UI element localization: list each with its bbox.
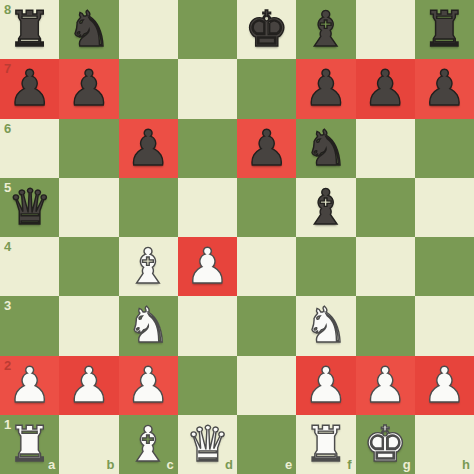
rank-label-1: 1	[4, 418, 11, 431]
square-d3[interactable]	[178, 296, 237, 355]
white-knight-icon[interactable]: ♞	[304, 301, 348, 350]
black-knight-icon[interactable]: ♞	[67, 5, 111, 54]
square-c3[interactable]: ♞	[119, 296, 178, 355]
square-a8[interactable]: 8♜	[0, 0, 59, 59]
square-a4[interactable]: 4	[0, 237, 59, 296]
black-rook-icon[interactable]: ♜	[422, 5, 466, 54]
black-rook-icon[interactable]: ♜	[8, 5, 52, 54]
square-c6[interactable]: ♟	[119, 119, 178, 178]
white-pawn-icon[interactable]: ♟	[304, 361, 348, 410]
square-d7[interactable]	[178, 59, 237, 118]
square-b4[interactable]	[59, 237, 118, 296]
square-h4[interactable]	[415, 237, 474, 296]
black-pawn-icon[interactable]: ♟	[8, 64, 52, 113]
white-pawn-icon[interactable]: ♟	[422, 361, 466, 410]
square-a3[interactable]: 3	[0, 296, 59, 355]
file-label-c: c	[167, 458, 174, 471]
square-e3[interactable]	[237, 296, 296, 355]
black-pawn-icon[interactable]: ♟	[422, 64, 466, 113]
white-pawn-icon[interactable]: ♟	[185, 242, 229, 291]
black-king-icon[interactable]: ♚	[245, 5, 289, 54]
square-h3[interactable]	[415, 296, 474, 355]
square-a6[interactable]: 6	[0, 119, 59, 178]
white-king-icon[interactable]: ♚	[363, 420, 407, 469]
square-h7[interactable]: ♟	[415, 59, 474, 118]
black-pawn-icon[interactable]: ♟	[363, 64, 407, 113]
square-e5[interactable]	[237, 178, 296, 237]
white-pawn-icon[interactable]: ♟	[8, 361, 52, 410]
square-b6[interactable]	[59, 119, 118, 178]
square-g1[interactable]: g♚	[356, 415, 415, 474]
square-d4[interactable]: ♟	[178, 237, 237, 296]
square-d8[interactable]	[178, 0, 237, 59]
square-f3[interactable]: ♞	[296, 296, 355, 355]
square-c5[interactable]	[119, 178, 178, 237]
file-label-h: h	[462, 458, 470, 471]
square-d2[interactable]	[178, 356, 237, 415]
white-rook-icon[interactable]: ♜	[304, 420, 348, 469]
square-h5[interactable]	[415, 178, 474, 237]
white-bishop-icon[interactable]: ♝	[126, 242, 170, 291]
square-f4[interactable]	[296, 237, 355, 296]
square-c8[interactable]	[119, 0, 178, 59]
square-a1[interactable]: 1a♜	[0, 415, 59, 474]
square-d6[interactable]	[178, 119, 237, 178]
square-b3[interactable]	[59, 296, 118, 355]
square-c2[interactable]: ♟	[119, 356, 178, 415]
black-bishop-icon[interactable]: ♝	[304, 5, 348, 54]
square-b5[interactable]	[59, 178, 118, 237]
square-f7[interactable]: ♟	[296, 59, 355, 118]
square-b7[interactable]: ♟	[59, 59, 118, 118]
square-d1[interactable]: d♛	[178, 415, 237, 474]
white-queen-icon[interactable]: ♛	[185, 420, 229, 469]
white-pawn-icon[interactable]: ♟	[126, 361, 170, 410]
square-f8[interactable]: ♝	[296, 0, 355, 59]
square-a7[interactable]: 7♟	[0, 59, 59, 118]
square-e2[interactable]	[237, 356, 296, 415]
file-label-f: f	[347, 458, 351, 471]
square-g8[interactable]	[356, 0, 415, 59]
square-f6[interactable]: ♞	[296, 119, 355, 178]
square-b2[interactable]: ♟	[59, 356, 118, 415]
rank-label-6: 6	[4, 122, 11, 135]
white-pawn-icon[interactable]: ♟	[363, 361, 407, 410]
black-knight-icon[interactable]: ♞	[304, 124, 348, 173]
white-rook-icon[interactable]: ♜	[8, 420, 52, 469]
square-a5[interactable]: 5♛	[0, 178, 59, 237]
square-g4[interactable]	[356, 237, 415, 296]
file-label-b: b	[107, 458, 115, 471]
square-h2[interactable]: ♟	[415, 356, 474, 415]
square-c4[interactable]: ♝	[119, 237, 178, 296]
square-e8[interactable]: ♚	[237, 0, 296, 59]
rank-label-4: 4	[4, 240, 11, 253]
square-f2[interactable]: ♟	[296, 356, 355, 415]
square-a2[interactable]: 2♟	[0, 356, 59, 415]
white-knight-icon[interactable]: ♞	[126, 301, 170, 350]
rank-label-8: 8	[4, 3, 11, 16]
square-g2[interactable]: ♟	[356, 356, 415, 415]
black-bishop-icon[interactable]: ♝	[304, 183, 348, 232]
square-g5[interactable]	[356, 178, 415, 237]
chess-board: 8♜♞♚♝♜7♟♟♟♟♟6♟♟♞5♛♝4♝♟3♞♞2♟♟♟♟♟♟1a♜bc♝d♛…	[0, 0, 474, 474]
rank-label-5: 5	[4, 181, 11, 194]
black-pawn-icon[interactable]: ♟	[304, 64, 348, 113]
rank-label-3: 3	[4, 299, 11, 312]
square-b8[interactable]: ♞	[59, 0, 118, 59]
square-e1[interactable]: e	[237, 415, 296, 474]
square-h6[interactable]	[415, 119, 474, 178]
black-queen-icon[interactable]: ♛	[8, 183, 52, 232]
square-g3[interactable]	[356, 296, 415, 355]
square-g7[interactable]: ♟	[356, 59, 415, 118]
square-h1[interactable]: h	[415, 415, 474, 474]
square-c7[interactable]	[119, 59, 178, 118]
square-c1[interactable]: c♝	[119, 415, 178, 474]
rank-label-2: 2	[4, 359, 11, 372]
square-e7[interactable]	[237, 59, 296, 118]
white-pawn-icon[interactable]: ♟	[67, 361, 111, 410]
square-e6[interactable]: ♟	[237, 119, 296, 178]
square-d5[interactable]	[178, 178, 237, 237]
file-label-g: g	[403, 458, 411, 471]
file-label-a: a	[48, 458, 55, 471]
square-e4[interactable]	[237, 237, 296, 296]
square-b1[interactable]: b	[59, 415, 118, 474]
black-pawn-icon[interactable]: ♟	[245, 124, 289, 173]
rank-label-7: 7	[4, 62, 11, 75]
square-h8[interactable]: ♜	[415, 0, 474, 59]
square-f5[interactable]: ♝	[296, 178, 355, 237]
white-bishop-icon[interactable]: ♝	[126, 420, 170, 469]
file-label-e: e	[285, 458, 292, 471]
black-pawn-icon[interactable]: ♟	[67, 64, 111, 113]
square-f1[interactable]: f♜	[296, 415, 355, 474]
square-g6[interactable]	[356, 119, 415, 178]
black-pawn-icon[interactable]: ♟	[126, 124, 170, 173]
file-label-d: d	[225, 458, 233, 471]
